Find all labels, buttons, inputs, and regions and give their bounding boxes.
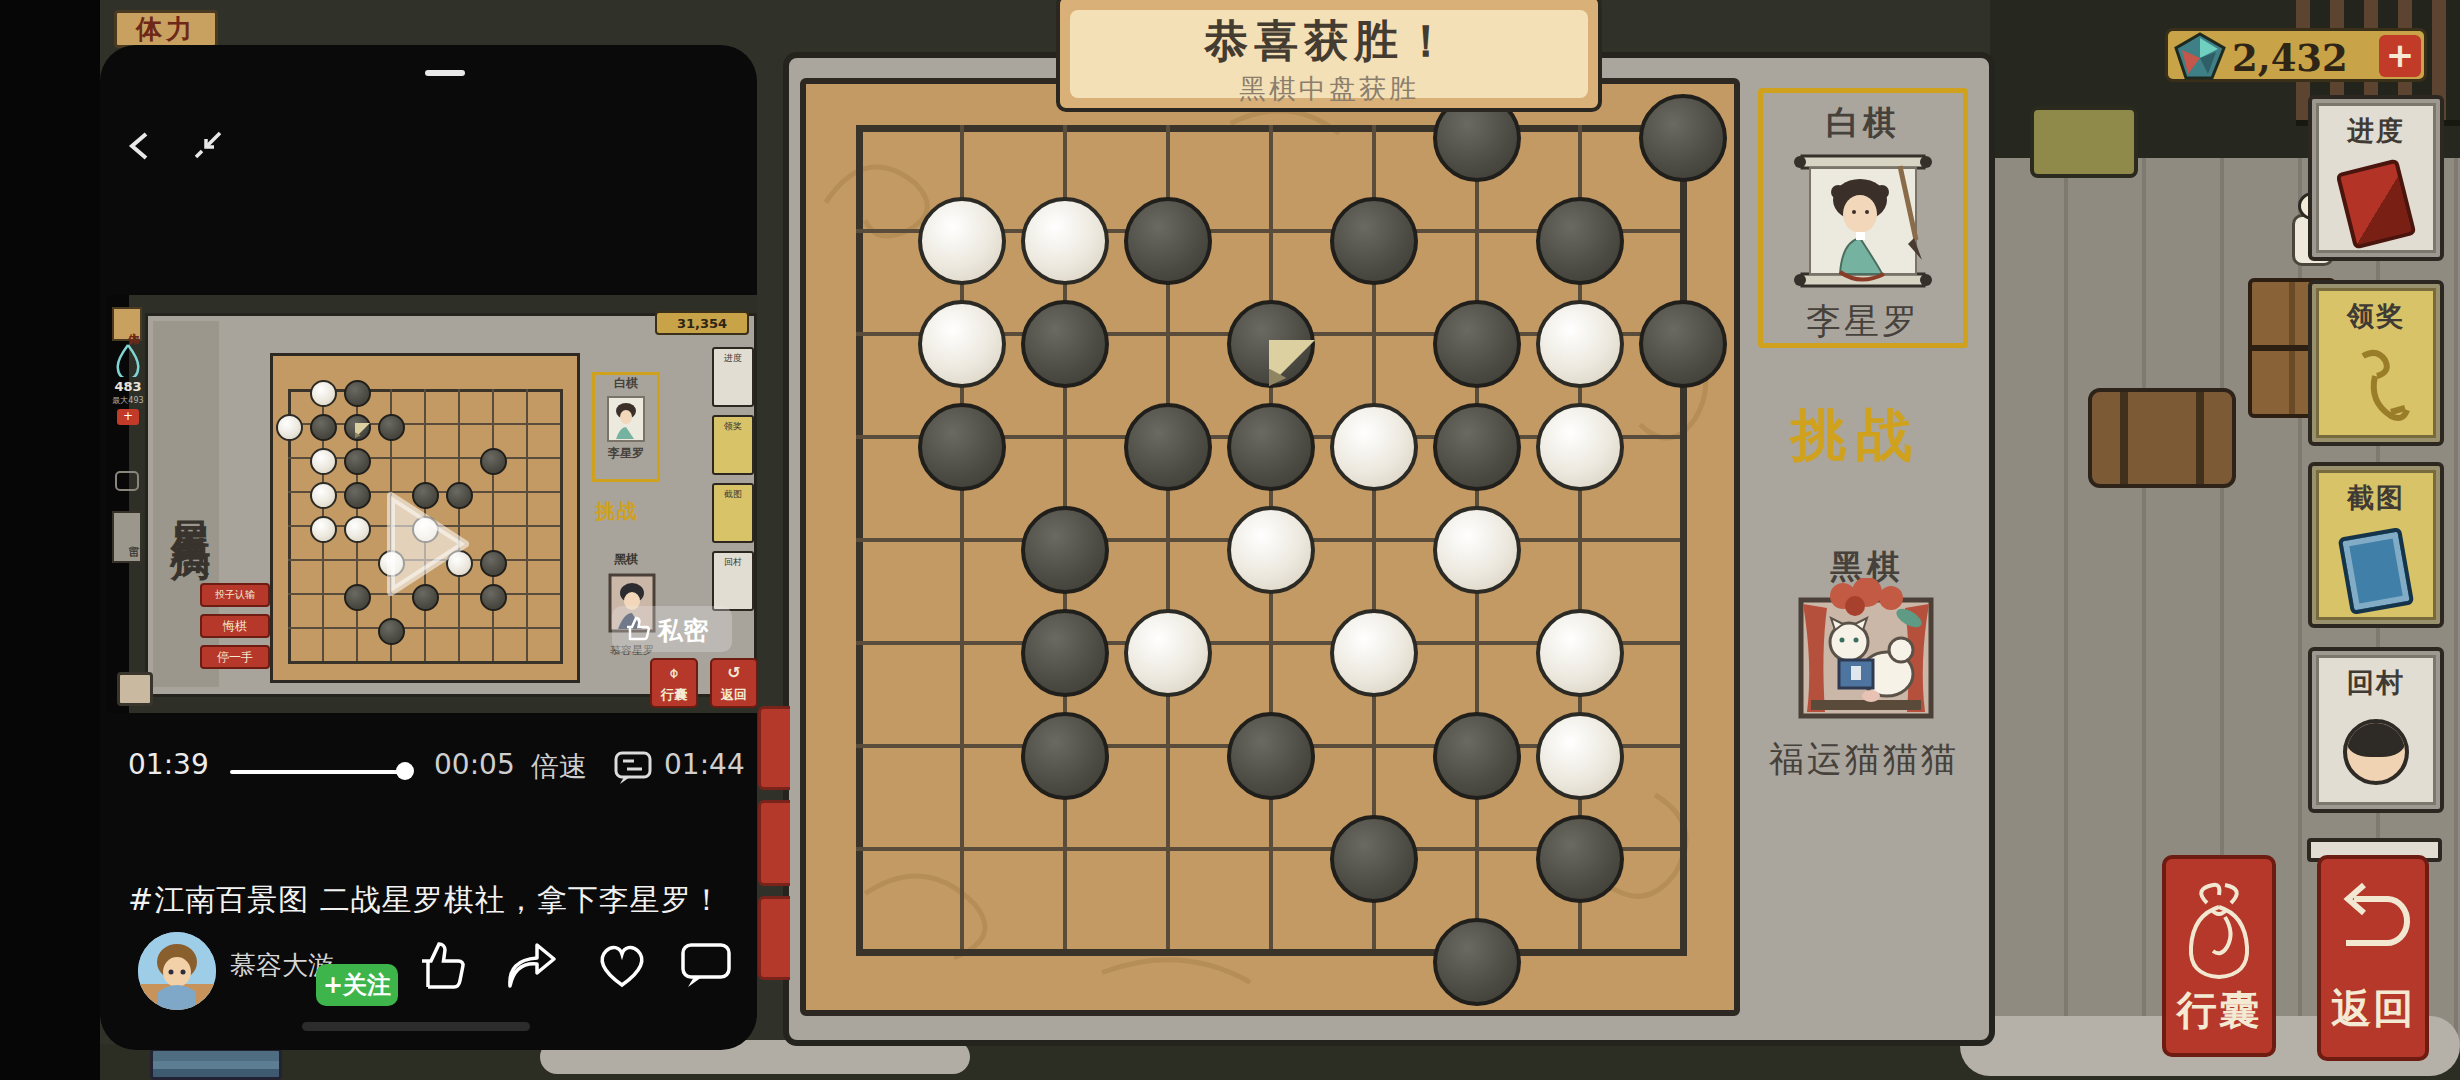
black-player-portrait <box>1783 578 1949 734</box>
black-stone <box>1021 506 1109 594</box>
black-stone <box>344 482 371 509</box>
bag-label: 行囊 <box>2166 983 2272 1038</box>
gem-icon <box>2172 32 2228 80</box>
thumb-white-name: 李星罗 <box>595 445 657 462</box>
thumb-water-drop-icon <box>115 343 141 377</box>
victory-title: 恭喜获胜！ <box>1070 12 1588 71</box>
danmaku-icon[interactable] <box>614 749 654 785</box>
thumb-white-card: 白棋 李星罗 <box>592 372 660 482</box>
thumb-avatar <box>117 672 153 706</box>
thumb-resign-button: 投子认输 <box>200 583 270 607</box>
black-stone <box>378 414 405 441</box>
share-icon[interactable] <box>504 937 560 993</box>
return-arrow-icon <box>2328 871 2418 981</box>
black-stone <box>480 584 507 611</box>
video-thumbnail[interactable]: 星罗棋局 体力 483 最大493 + 留言 白棋 李星罗 挑战 <box>107 295 757 713</box>
progress-button[interactable]: 进度 <box>2308 95 2444 261</box>
chest-decor <box>2088 388 2236 488</box>
white-stone <box>310 380 337 407</box>
hidden-button-sliver <box>758 706 790 790</box>
thumb-stamina-max: 最大493 <box>107 395 149 406</box>
grid-line <box>492 389 494 664</box>
thumb-pass-button: 停一手 <box>200 645 270 669</box>
progress-bar[interactable] <box>230 770 404 774</box>
white-stone <box>1330 403 1418 491</box>
black-stone <box>1433 300 1521 388</box>
bench-decor <box>2030 106 2138 178</box>
black-stone <box>1330 197 1418 285</box>
time-total: 01:44 <box>664 748 745 781</box>
black-stone <box>1639 300 1727 388</box>
thumb-card-reward: 领奖 <box>712 415 754 475</box>
thumb-white-portrait <box>604 393 648 445</box>
drag-handle[interactable] <box>425 70 465 76</box>
home-indicator <box>302 1022 530 1031</box>
bag-button[interactable]: 行囊 <box>2162 855 2276 1057</box>
pouch-icon <box>2177 873 2261 983</box>
thumb-card-screenshot: 截图 <box>712 483 754 543</box>
black-player-name: 福运猫猫猫 <box>1756 736 1972 783</box>
grid-line <box>1680 125 1687 956</box>
white-stone <box>276 414 303 441</box>
currency-bar[interactable]: 2,432 + <box>2165 28 2427 82</box>
white-stone <box>1433 506 1521 594</box>
screenshot-icon <box>2338 527 2415 615</box>
white-stone <box>1021 197 1109 285</box>
white-player-portrait <box>1788 148 1938 298</box>
thumb-message-sign: 留言 <box>112 511 142 563</box>
video-player-overlay: 星罗棋局 体力 483 最大493 + 留言 白棋 李星罗 挑战 <box>100 45 757 1050</box>
white-player-label: 白棋 <box>1763 101 1963 146</box>
return-village-label: 回村 <box>2312 665 2440 701</box>
white-stone <box>918 300 1006 388</box>
private-label: 私密 <box>658 614 708 647</box>
black-stone <box>1433 403 1521 491</box>
thumb-undo-button: 悔棋 <box>200 614 270 638</box>
thumb-up-icon[interactable] <box>418 937 470 993</box>
black-stone <box>1227 712 1315 800</box>
speed-button[interactable]: 倍速 <box>531 748 587 786</box>
return-village-button[interactable]: 回村 <box>2308 647 2444 813</box>
anchor-icon <box>2341 346 2411 426</box>
victory-banner-inner: 恭喜获胜！ 黑棋中盘获胜 <box>1070 10 1588 98</box>
black-stone <box>1433 918 1521 1006</box>
black-stone <box>1639 94 1727 182</box>
progress-label: 进度 <box>2312 113 2440 149</box>
black-stone <box>480 448 507 475</box>
victory-subtitle: 黑棋中盘获胜 <box>1070 71 1588 107</box>
black-stone <box>918 403 1006 491</box>
black-stone <box>1124 197 1212 285</box>
white-stone <box>344 516 371 543</box>
reward-button[interactable]: 领奖 <box>2308 280 2444 446</box>
white-stone <box>1330 609 1418 697</box>
black-stone <box>1227 403 1315 491</box>
progress-handle[interactable] <box>396 762 414 780</box>
video-caption: #江南百景图 二战星罗棋社，拿下李星罗！ <box>128 880 728 921</box>
black-stone <box>344 448 371 475</box>
grid-line <box>288 661 563 664</box>
white-stone <box>918 197 1006 285</box>
stamina-sign: 体力 <box>114 10 218 48</box>
thumb-chat-icon <box>115 471 139 491</box>
play-icon[interactable] <box>385 492 469 596</box>
white-player-name: 李星罗 <box>1763 298 1963 345</box>
thumb-card-village: 回村 <box>712 551 754 611</box>
book-icon <box>2336 158 2417 249</box>
white-stone <box>1536 712 1624 800</box>
white-stone <box>1227 506 1315 594</box>
grid-line <box>560 389 563 664</box>
thumb-stamina-value: 483 <box>109 379 147 394</box>
black-stone <box>1124 403 1212 491</box>
white-stone <box>310 448 337 475</box>
black-stone <box>1536 815 1624 903</box>
grid-line <box>288 627 563 629</box>
shrink-icon[interactable] <box>192 129 224 161</box>
thumb-white-label: 白棋 <box>595 375 657 392</box>
follow-button[interactable]: +关注 <box>316 964 398 1006</box>
thumb-up-small-icon <box>624 614 654 644</box>
go-board[interactable] <box>800 78 1740 1016</box>
comment-icon[interactable] <box>680 941 734 991</box>
thumb-challenge-label: 挑战 <box>595 498 657 525</box>
black-stone <box>310 414 337 441</box>
letterbox-left <box>0 0 100 1080</box>
white-stone <box>1536 403 1624 491</box>
hidden-button-sliver <box>758 800 790 886</box>
white-stone <box>1536 609 1624 697</box>
private-badge[interactable]: 私密 <box>612 606 732 652</box>
screenshot-button[interactable]: 截图 <box>2308 462 2444 628</box>
currency-value: 2,432 <box>2232 36 2348 80</box>
time-mark: 00:05 <box>434 748 515 781</box>
white-stone <box>1536 300 1624 388</box>
back-label: 返回 <box>2321 981 2425 1036</box>
thumb-black-label: 黑棋 <box>604 551 648 568</box>
white-stone <box>310 482 337 509</box>
thumb-currency: 31,354 <box>655 311 749 335</box>
game-screen: 体力 恭喜获胜！ 黑棋中盘获胜 白棋 <box>0 0 2460 1080</box>
white-player-card: 白棋 李星罗 <box>1758 88 1968 348</box>
victory-banner: 恭喜获胜！ 黑棋中盘获胜 <box>1056 0 1602 112</box>
back-chevron-icon[interactable] <box>126 131 152 161</box>
challenge-label: 挑战 <box>1790 398 1940 474</box>
uploader-avatar[interactable] <box>138 932 216 1010</box>
villager-icon <box>2343 719 2409 785</box>
black-stone <box>1433 712 1521 800</box>
black-stone <box>1330 815 1418 903</box>
screenshot-label: 截图 <box>2312 480 2440 516</box>
black-stone <box>480 550 507 577</box>
grid-line <box>526 389 528 664</box>
black-stone <box>378 618 405 645</box>
black-stone <box>1021 300 1109 388</box>
thumb-stamina-sign: 体力 <box>112 307 142 341</box>
white-stone <box>1124 609 1212 697</box>
reward-label: 领奖 <box>2312 298 2440 334</box>
black-stone <box>344 380 371 407</box>
thumb-card-progress: 进度 <box>712 347 754 407</box>
hidden-sign <box>150 1048 282 1080</box>
black-stone <box>1021 609 1109 697</box>
hidden-button-sliver <box>758 896 790 980</box>
back-button[interactable]: 返回 <box>2317 855 2429 1061</box>
thumb-back-button: ↺返回 <box>710 658 757 708</box>
heart-icon[interactable] <box>594 941 650 991</box>
thumb-bag-button: ⌽行囊 <box>650 658 698 708</box>
currency-plus-button[interactable]: + <box>2379 35 2421 77</box>
grid-line <box>856 949 1687 956</box>
black-stone <box>1536 197 1624 285</box>
white-stone <box>310 516 337 543</box>
thumb-stamina-plus: + <box>117 409 139 425</box>
black-stone <box>1021 712 1109 800</box>
time-current: 01:39 <box>128 748 209 781</box>
black-stone <box>344 584 371 611</box>
